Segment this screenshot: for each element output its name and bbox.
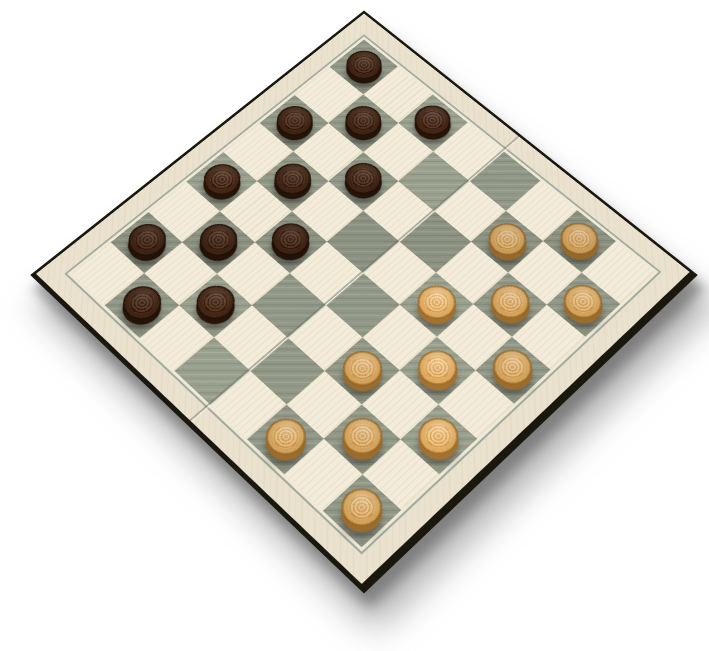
checkers-board — [30, 10, 698, 593]
board-grid — [71, 39, 654, 547]
photo-stage — [0, 0, 709, 651]
pinstripe-inlay — [64, 34, 661, 554]
board-frame — [36, 14, 690, 584]
board-rim — [30, 10, 698, 593]
